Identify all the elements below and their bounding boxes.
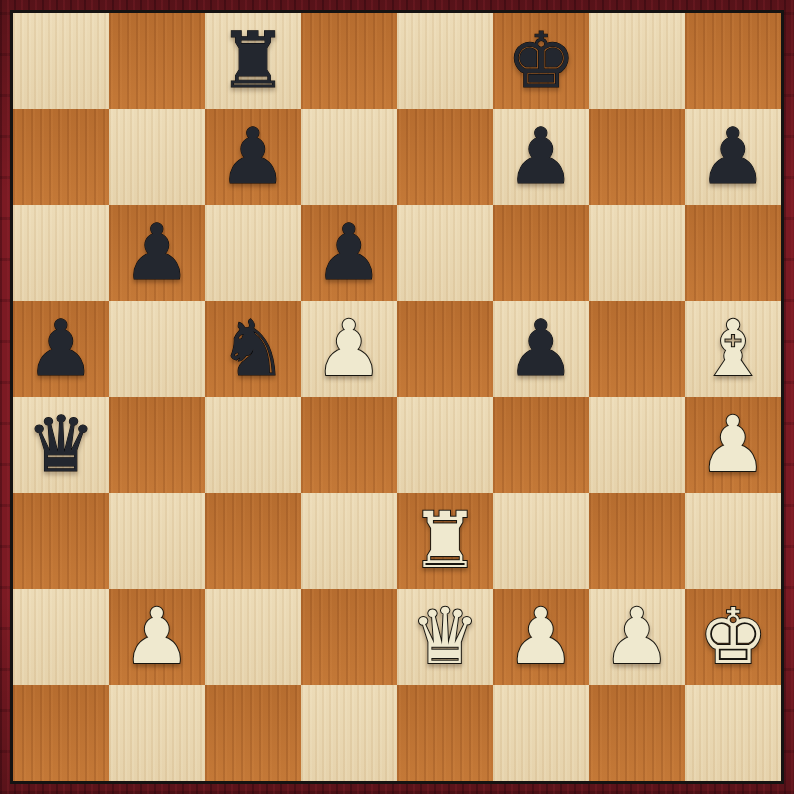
square-e7[interactable]: [397, 109, 493, 205]
square-e1[interactable]: [397, 685, 493, 781]
square-e6[interactable]: [397, 205, 493, 301]
square-a2[interactable]: [13, 589, 109, 685]
square-f4[interactable]: [493, 397, 589, 493]
square-b8[interactable]: [109, 13, 205, 109]
square-g3[interactable]: [589, 493, 685, 589]
piece-white-pawn-g2[interactable]: ♟: [602, 589, 671, 685]
square-g6[interactable]: [589, 205, 685, 301]
square-g4[interactable]: [589, 397, 685, 493]
square-c2[interactable]: [205, 589, 301, 685]
square-c7[interactable]: ♟: [205, 109, 301, 205]
square-c6[interactable]: [205, 205, 301, 301]
piece-black-rook-c8[interactable]: ♜: [218, 13, 287, 109]
square-h2[interactable]: ♚: [685, 589, 781, 685]
square-e3[interactable]: ♜: [397, 493, 493, 589]
square-d4[interactable]: [301, 397, 397, 493]
square-h1[interactable]: [685, 685, 781, 781]
piece-black-knight-c5[interactable]: ♞: [218, 301, 287, 397]
square-d1[interactable]: [301, 685, 397, 781]
square-g1[interactable]: [589, 685, 685, 781]
square-e5[interactable]: [397, 301, 493, 397]
square-f1[interactable]: [493, 685, 589, 781]
square-e2[interactable]: ♛: [397, 589, 493, 685]
square-a1[interactable]: [13, 685, 109, 781]
piece-black-pawn-h7[interactable]: ♟: [698, 109, 767, 205]
square-b5[interactable]: [109, 301, 205, 397]
square-c1[interactable]: [205, 685, 301, 781]
square-f5[interactable]: ♟: [493, 301, 589, 397]
piece-white-king-h2[interactable]: ♚: [698, 589, 767, 685]
square-h4[interactable]: ♟: [685, 397, 781, 493]
square-g5[interactable]: [589, 301, 685, 397]
square-e4[interactable]: [397, 397, 493, 493]
square-b4[interactable]: [109, 397, 205, 493]
square-d7[interactable]: [301, 109, 397, 205]
square-c5[interactable]: ♞: [205, 301, 301, 397]
square-f2[interactable]: ♟: [493, 589, 589, 685]
square-g8[interactable]: [589, 13, 685, 109]
square-f6[interactable]: [493, 205, 589, 301]
square-a8[interactable]: [13, 13, 109, 109]
square-d6[interactable]: ♟: [301, 205, 397, 301]
piece-black-pawn-f5[interactable]: ♟: [506, 301, 575, 397]
square-e8[interactable]: [397, 13, 493, 109]
square-b6[interactable]: ♟: [109, 205, 205, 301]
square-a6[interactable]: [13, 205, 109, 301]
board-frame: ♜♚♟♟♟♟♟♟♞♟♟♝♛♟♜♟♛♟♟♚: [0, 0, 794, 794]
piece-white-queen-e2[interactable]: ♛: [410, 589, 479, 685]
piece-white-rook-e3[interactable]: ♜: [410, 493, 479, 589]
square-c3[interactable]: [205, 493, 301, 589]
square-f3[interactable]: [493, 493, 589, 589]
square-a7[interactable]: [13, 109, 109, 205]
piece-black-king-f8[interactable]: ♚: [506, 13, 575, 109]
piece-white-pawn-h4[interactable]: ♟: [698, 397, 767, 493]
square-g7[interactable]: [589, 109, 685, 205]
piece-black-pawn-f7[interactable]: ♟: [506, 109, 575, 205]
piece-white-pawn-f2[interactable]: ♟: [506, 589, 575, 685]
square-f7[interactable]: ♟: [493, 109, 589, 205]
square-a4[interactable]: ♛: [13, 397, 109, 493]
square-b2[interactable]: ♟: [109, 589, 205, 685]
square-f8[interactable]: ♚: [493, 13, 589, 109]
square-b1[interactable]: [109, 685, 205, 781]
square-c4[interactable]: [205, 397, 301, 493]
chess-board: ♜♚♟♟♟♟♟♟♞♟♟♝♛♟♜♟♛♟♟♚: [13, 13, 781, 781]
square-h7[interactable]: ♟: [685, 109, 781, 205]
square-h8[interactable]: [685, 13, 781, 109]
square-c8[interactable]: ♜: [205, 13, 301, 109]
square-d3[interactable]: [301, 493, 397, 589]
board-inner-border: ♜♚♟♟♟♟♟♟♞♟♟♝♛♟♜♟♛♟♟♚: [10, 10, 784, 784]
piece-black-queen-a4[interactable]: ♛: [26, 397, 95, 493]
piece-white-pawn-b2[interactable]: ♟: [122, 589, 191, 685]
piece-white-pawn-d5[interactable]: ♟: [314, 301, 383, 397]
piece-black-pawn-a5[interactable]: ♟: [26, 301, 95, 397]
square-a5[interactable]: ♟: [13, 301, 109, 397]
square-h6[interactable]: [685, 205, 781, 301]
square-h3[interactable]: [685, 493, 781, 589]
piece-black-pawn-d6[interactable]: ♟: [314, 205, 383, 301]
square-a3[interactable]: [13, 493, 109, 589]
piece-white-bishop-h5[interactable]: ♝: [698, 301, 767, 397]
square-d8[interactable]: [301, 13, 397, 109]
square-g2[interactable]: ♟: [589, 589, 685, 685]
square-b7[interactable]: [109, 109, 205, 205]
square-d5[interactable]: ♟: [301, 301, 397, 397]
square-d2[interactable]: [301, 589, 397, 685]
square-h5[interactable]: ♝: [685, 301, 781, 397]
piece-black-pawn-b6[interactable]: ♟: [122, 205, 191, 301]
square-b3[interactable]: [109, 493, 205, 589]
piece-black-pawn-c7[interactable]: ♟: [218, 109, 287, 205]
